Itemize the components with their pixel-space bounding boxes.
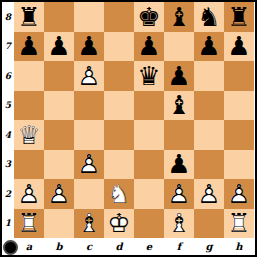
file-label-e: e: [134, 238, 164, 255]
rank-label-2: 2: [2, 179, 14, 209]
rank-label-8: 8: [2, 2, 14, 32]
file-label-a: a: [14, 238, 44, 255]
white-bishop-piece: ♝♗: [74, 209, 104, 239]
square-f7[interactable]: [164, 32, 194, 62]
file-label-g: g: [194, 238, 224, 255]
black-pawn-piece: ♟: [74, 32, 104, 62]
board: ♜♚♝♞♜♟♟♟♟♟♟♟♙♛♟♝♛♕♟♙♟♟♙♟♙♞♘♟♙♟♙♟♙♜♖♝♗♚♔♝…: [14, 2, 254, 238]
square-e7[interactable]: ♟: [134, 32, 164, 62]
square-b8[interactable]: [44, 2, 74, 32]
square-e3[interactable]: [134, 150, 164, 180]
white-king-piece: ♚♔: [104, 209, 134, 239]
square-c1[interactable]: ♝♗: [74, 209, 104, 239]
square-e6[interactable]: ♛: [134, 61, 164, 91]
square-f6[interactable]: ♟: [164, 61, 194, 91]
square-a8[interactable]: ♜: [14, 2, 44, 32]
square-c7[interactable]: ♟: [74, 32, 104, 62]
black-king-piece: ♚: [134, 2, 164, 32]
black-pawn-piece: ♟: [194, 32, 224, 62]
black-rook-piece: ♜: [14, 2, 44, 32]
square-g7[interactable]: ♟: [194, 32, 224, 62]
square-c6[interactable]: ♟♙: [74, 61, 104, 91]
square-f5[interactable]: ♝: [164, 91, 194, 121]
square-f4[interactable]: [164, 120, 194, 150]
rank-label-5: 5: [2, 91, 14, 121]
square-b3[interactable]: [44, 150, 74, 180]
white-pawn-piece: ♟♙: [74, 61, 104, 91]
rank-label-6: 6: [2, 61, 14, 91]
square-c3[interactable]: ♟♙: [74, 150, 104, 180]
white-rook-piece: ♜♖: [224, 209, 254, 239]
square-g4[interactable]: [194, 120, 224, 150]
square-h5[interactable]: [224, 91, 254, 121]
square-a7[interactable]: ♟: [14, 32, 44, 62]
square-d4[interactable]: [104, 120, 134, 150]
rank-label-3: 3: [2, 150, 14, 180]
black-rook-piece: ♜: [224, 2, 254, 32]
black-pawn-piece: ♟: [164, 61, 194, 91]
square-c2[interactable]: [74, 179, 104, 209]
square-d8[interactable]: [104, 2, 134, 32]
file-label-d: d: [104, 238, 134, 255]
white-queen-piece: ♛♕: [14, 120, 44, 150]
square-h1[interactable]: ♜♖: [224, 209, 254, 239]
square-g8[interactable]: ♞: [194, 2, 224, 32]
square-g3[interactable]: [194, 150, 224, 180]
square-a6[interactable]: [14, 61, 44, 91]
square-f8[interactable]: ♝: [164, 2, 194, 32]
square-g5[interactable]: [194, 91, 224, 121]
black-pawn-piece: ♟: [224, 32, 254, 62]
file-label-c: c: [74, 238, 104, 255]
square-d7[interactable]: [104, 32, 134, 62]
rank-label-1: 1: [2, 209, 14, 239]
square-b2[interactable]: ♟♙: [44, 179, 74, 209]
square-h6[interactable]: [224, 61, 254, 91]
square-g2[interactable]: ♟♙: [194, 179, 224, 209]
square-b5[interactable]: [44, 91, 74, 121]
square-e1[interactable]: [134, 209, 164, 239]
white-knight-piece: ♞♘: [104, 179, 134, 209]
square-e8[interactable]: ♚: [134, 2, 164, 32]
square-a5[interactable]: [14, 91, 44, 121]
square-b6[interactable]: [44, 61, 74, 91]
square-d1[interactable]: ♚♔: [104, 209, 134, 239]
black-pawn-piece: ♟: [164, 150, 194, 180]
file-labels: abcdefgh: [14, 238, 254, 255]
file-label-h: h: [224, 238, 254, 255]
square-h4[interactable]: [224, 120, 254, 150]
black-pawn-piece: ♟: [14, 32, 44, 62]
square-e5[interactable]: [134, 91, 164, 121]
square-a1[interactable]: ♜♖: [14, 209, 44, 239]
square-f2[interactable]: ♟♙: [164, 179, 194, 209]
white-pawn-piece: ♟♙: [194, 179, 224, 209]
black-bishop-piece: ♝: [164, 2, 194, 32]
black-to-move-indicator: [3, 240, 18, 255]
square-d3[interactable]: [104, 150, 134, 180]
square-g1[interactable]: [194, 209, 224, 239]
square-f1[interactable]: ♝♗: [164, 209, 194, 239]
white-pawn-piece: ♟♙: [224, 179, 254, 209]
square-h7[interactable]: ♟: [224, 32, 254, 62]
square-a3[interactable]: [14, 150, 44, 180]
square-e4[interactable]: [134, 120, 164, 150]
square-h2[interactable]: ♟♙: [224, 179, 254, 209]
square-c8[interactable]: [74, 2, 104, 32]
square-b4[interactable]: [44, 120, 74, 150]
file-label-f: f: [164, 238, 194, 255]
square-h8[interactable]: ♜: [224, 2, 254, 32]
rank-label-7: 7: [2, 32, 14, 62]
square-c5[interactable]: [74, 91, 104, 121]
white-pawn-piece: ♟♙: [74, 150, 104, 180]
square-e2[interactable]: [134, 179, 164, 209]
white-pawn-piece: ♟♙: [14, 179, 44, 209]
square-a4[interactable]: ♛♕: [14, 120, 44, 150]
file-label-b: b: [44, 238, 74, 255]
black-knight-piece: ♞: [194, 2, 224, 32]
square-g6[interactable]: [194, 61, 224, 91]
square-c4[interactable]: [74, 120, 104, 150]
white-bishop-piece: ♝♗: [164, 209, 194, 239]
square-h3[interactable]: [224, 150, 254, 180]
rank-labels: 87654321: [2, 2, 14, 238]
square-d6[interactable]: [104, 61, 134, 91]
black-pawn-piece: ♟: [44, 32, 74, 62]
white-pawn-piece: ♟♙: [44, 179, 74, 209]
black-pawn-piece: ♟: [134, 32, 164, 62]
black-bishop-piece: ♝: [164, 91, 194, 121]
chess-diagram: 87654321 ♜♚♝♞♜♟♟♟♟♟♟♟♙♛♟♝♛♕♟♙♟♟♙♟♙♞♘♟♙♟♙…: [0, 0, 257, 257]
white-pawn-piece: ♟♙: [164, 179, 194, 209]
square-d2[interactable]: ♞♘: [104, 179, 134, 209]
square-f3[interactable]: ♟: [164, 150, 194, 180]
square-b7[interactable]: ♟: [44, 32, 74, 62]
white-rook-piece: ♜♖: [14, 209, 44, 239]
square-b1[interactable]: [44, 209, 74, 239]
square-a2[interactable]: ♟♙: [14, 179, 44, 209]
square-d5[interactable]: [104, 91, 134, 121]
rank-label-4: 4: [2, 120, 14, 150]
black-queen-piece: ♛: [134, 61, 164, 91]
